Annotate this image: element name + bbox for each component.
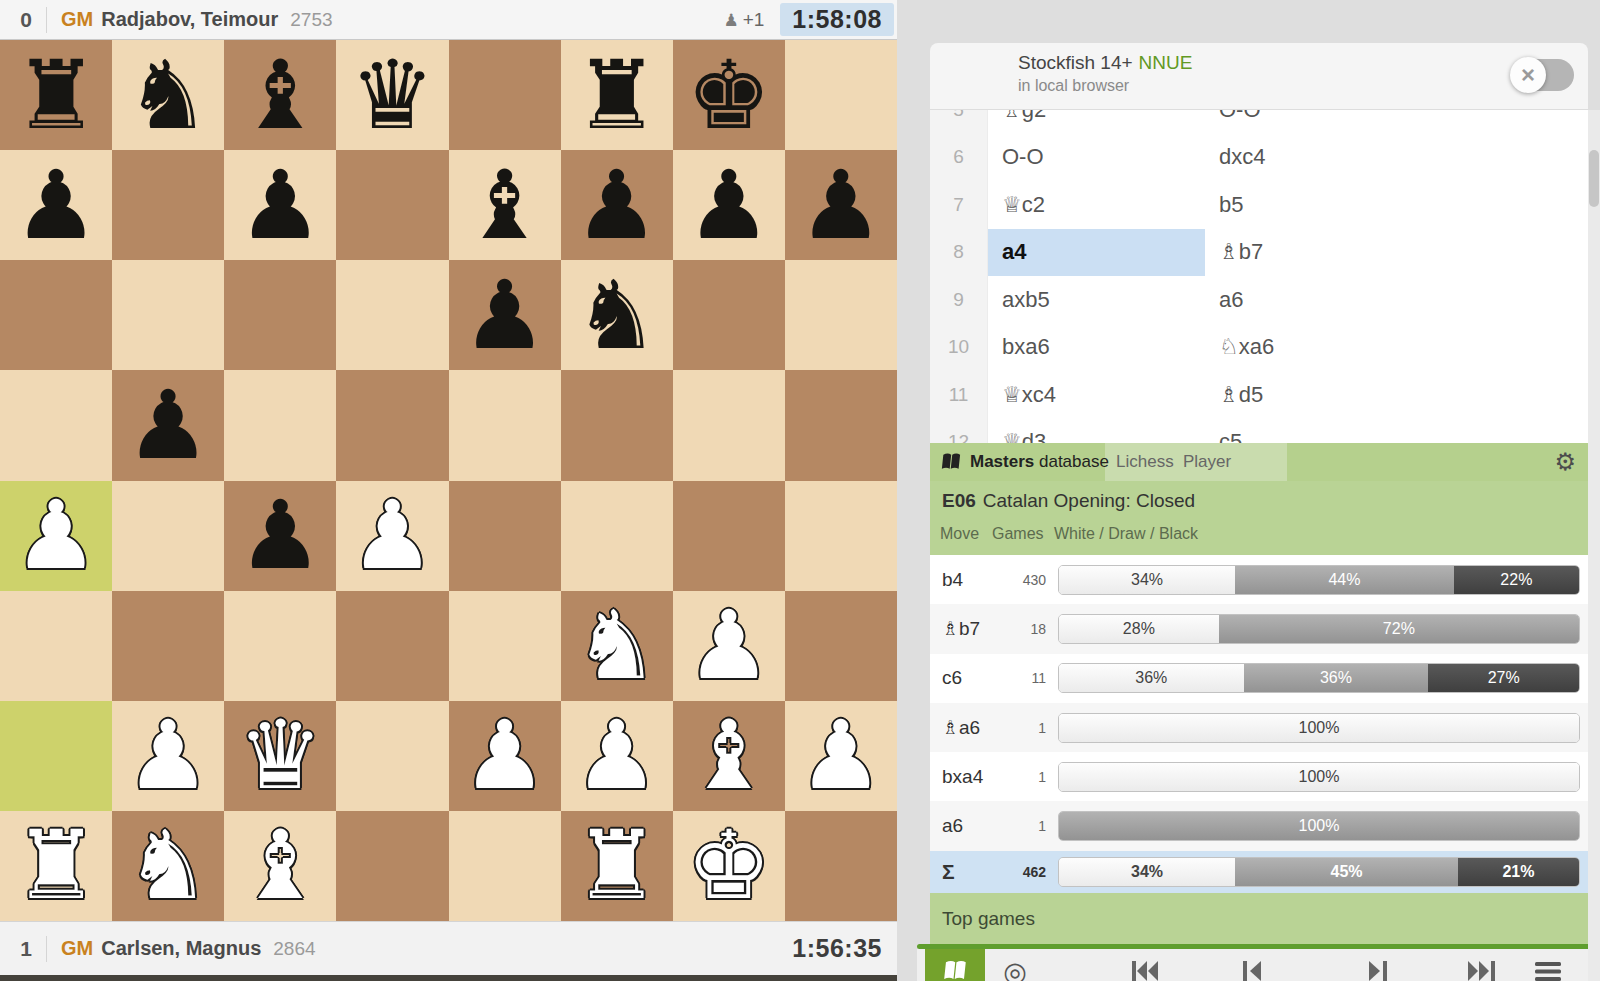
move-row-8: 8a4♗b7	[930, 229, 1588, 277]
explorer-move[interactable]: ♗b7	[930, 617, 1000, 640]
piece-black-king[interactable]: ♚	[673, 40, 785, 150]
coord-file-c: c	[229, 904, 236, 919]
move-black-12[interactable]: c5	[1205, 419, 1588, 444]
move-number: 12	[930, 419, 988, 444]
move-number: 7	[930, 181, 988, 229]
divider	[46, 7, 47, 33]
move-list: 5♗g2O-O6O-Odxc47♕c2b58a4♗b79axb5a610bxa6…	[930, 110, 1588, 443]
engine-toggle[interactable]: ×	[1512, 59, 1574, 91]
square-g6[interactable]	[673, 260, 785, 370]
coord-rank-6: 6	[885, 263, 892, 278]
move-white-11[interactable]: ♕xc4	[988, 371, 1205, 419]
explorer-move[interactable]: bxa4	[930, 766, 1000, 788]
pawn-icon: ♟	[723, 10, 738, 30]
square-d7[interactable]	[336, 150, 448, 260]
square-h4[interactable]	[785, 481, 897, 591]
result-bar: 36%36%27%	[1058, 663, 1580, 693]
explorer-move[interactable]: a6	[930, 815, 1000, 837]
result-bar: 34%44%22%	[1058, 565, 1580, 595]
col-result: White / Draw / Black	[1054, 525, 1198, 543]
piece-black-pawn[interactable]: ♟	[785, 150, 897, 260]
square-e3[interactable]	[449, 591, 561, 701]
scrollbar-thumb[interactable]	[1589, 150, 1599, 207]
col-games: Games	[992, 525, 1044, 543]
explorer-column-headers: Move Games White / Draw / Black	[930, 520, 1588, 555]
move-row-10: 10bxa6♘xa6	[930, 324, 1588, 372]
piece-black-pawn[interactable]: ♟	[224, 150, 336, 260]
skip-last-button[interactable]	[1461, 949, 1501, 981]
explorer-games-count: 430	[1000, 572, 1046, 588]
piece-white-pawn[interactable]: ♟	[449, 701, 561, 811]
square-f4[interactable]	[561, 481, 673, 591]
move-row-7: 7♕c2b5	[930, 181, 1588, 229]
move-white-7[interactable]: ♕c2	[988, 181, 1205, 229]
piece-black-pawn[interactable]: ♟	[112, 370, 224, 480]
piece-white-bishop[interactable]: ♝	[673, 701, 785, 811]
piece-white-pawn[interactable]: ♟	[561, 701, 673, 811]
explorer-games-count: 1	[1000, 720, 1046, 736]
piece-black-pawn[interactable]: ♟	[561, 150, 673, 260]
explorer-row-a6[interactable]: a61100%	[930, 801, 1588, 850]
top-player-rating: 2753	[290, 9, 332, 31]
tab-player[interactable]: Player	[1183, 452, 1231, 472]
menu-icon[interactable]	[1526, 949, 1570, 981]
piece-white-bishop[interactable]: ♝	[224, 811, 336, 921]
top-player-title: GM	[61, 8, 93, 31]
piece-white-rook[interactable]: ♜	[561, 811, 673, 921]
result-segment-white: 36%	[1059, 664, 1244, 692]
eco-code: E06	[942, 490, 976, 512]
move-black-6[interactable]: dxc4	[1205, 134, 1588, 182]
skip-first-button[interactable]	[1125, 949, 1165, 981]
explorer-row-c6[interactable]: c61136%36%27%	[930, 654, 1588, 703]
move-row-12: 12♕d3c5	[930, 419, 1588, 444]
explorer-games-count: 1	[1000, 769, 1046, 785]
result-segment-black: 21%	[1458, 858, 1579, 886]
square-f5[interactable]	[561, 370, 673, 480]
square-b4[interactable]	[112, 481, 224, 591]
analysis-page: 0 GM Radjabov, Teimour 2753 ♟ +1 1:58:08…	[0, 0, 1600, 981]
move-white-12[interactable]: ♕d3	[988, 419, 1205, 444]
square-e1[interactable]	[449, 811, 561, 921]
move-black-8[interactable]: ♗b7	[1205, 229, 1588, 277]
piece-black-knight[interactable]: ♞	[112, 40, 224, 150]
move-white-8[interactable]: a4	[988, 229, 1205, 277]
engine-toggle-knob[interactable]: ×	[1510, 57, 1546, 93]
explorer-move[interactable]: b4	[930, 569, 1000, 591]
top-score: 0	[16, 8, 36, 32]
square-h1[interactable]	[785, 811, 897, 921]
engine-card: Stockfish 14+NNUE in local browser ×	[930, 43, 1588, 110]
coord-file-h: h	[790, 904, 798, 919]
piece-black-knight[interactable]: ♞	[561, 260, 673, 370]
coord-rank-3: 3	[885, 594, 892, 609]
result-bar: 28%72%	[1058, 614, 1580, 644]
top-games-header: Top games	[930, 893, 1588, 944]
coord-rank-2: 2	[885, 704, 892, 719]
engine-info: Stockfish 14+NNUE in local browser	[1018, 52, 1192, 95]
piece-black-pawn[interactable]: ♟	[673, 150, 785, 260]
explorer-games-count: 462	[1000, 864, 1046, 880]
piece-black-bishop[interactable]: ♝	[224, 40, 336, 150]
top-clock: 1:58:08	[780, 3, 894, 36]
square-h5[interactable]	[785, 370, 897, 480]
result-segment-black: 22%	[1454, 566, 1579, 594]
coord-file-f: f	[566, 904, 570, 919]
piece-black-rook[interactable]: ♜	[0, 40, 112, 150]
square-b7[interactable]	[112, 150, 224, 260]
result-segment-draw: 72%	[1219, 615, 1579, 643]
square-d2[interactable]	[336, 701, 448, 811]
square-c3[interactable]	[224, 591, 336, 701]
bottom-toolbar: ◎	[917, 949, 1600, 981]
piece-black-bishop[interactable]: ♝	[449, 150, 561, 260]
coord-file-b: b	[117, 904, 125, 919]
top-player-name[interactable]: Radjabov, Teimour	[101, 8, 278, 31]
coord-file-d: d	[341, 904, 349, 919]
piece-white-knight[interactable]: ♞	[561, 591, 673, 701]
move-row-5: 5♗g2O-O	[930, 110, 1588, 134]
result-segment-black: 27%	[1428, 664, 1579, 692]
explorer-games-count: 11	[1000, 670, 1046, 686]
square-h8[interactable]	[785, 40, 897, 150]
coord-file-g: g	[678, 904, 686, 919]
result-segment-white: 34%	[1059, 566, 1235, 594]
result-bar: 100%	[1058, 811, 1580, 841]
explorer-row-♗b7[interactable]: ♗b71828%72%	[930, 604, 1588, 653]
explorer-row-bxa4[interactable]: bxa41100%	[930, 752, 1588, 801]
piece-white-pawn[interactable]: ♟	[0, 481, 112, 591]
explorer-move[interactable]: ♗a6	[930, 716, 1000, 739]
material-count: +1	[743, 9, 765, 31]
square-d1[interactable]	[336, 811, 448, 921]
move-number: 11	[930, 371, 988, 419]
result-segment-white: 34%	[1059, 858, 1235, 886]
square-c5[interactable]	[224, 370, 336, 480]
move-row-11: 11♕xc4♗d5	[930, 371, 1588, 419]
explorer-row-♗a6[interactable]: ♗a61100%	[930, 703, 1588, 752]
move-white-6[interactable]: O-O	[988, 134, 1205, 182]
move-white-9[interactable]: axb5	[988, 276, 1205, 324]
gear-icon[interactable]: ⚙	[1554, 448, 1576, 476]
coord-rank-1: 1	[885, 814, 892, 829]
tab-masters-database[interactable]: Masters database	[970, 452, 1109, 472]
move-row-9: 9axb5a6	[930, 276, 1588, 324]
square-b3[interactable]	[112, 591, 224, 701]
piece-white-pawn[interactable]: ♟	[112, 701, 224, 811]
coord-rank-4: 4	[885, 484, 892, 499]
move-number: 9	[930, 276, 988, 324]
next-move-button[interactable]	[1357, 949, 1397, 981]
result-segment-white: 100%	[1059, 763, 1579, 791]
result-segment-draw: 36%	[1244, 664, 1429, 692]
square-g4[interactable]	[673, 481, 785, 591]
square-d6[interactable]	[336, 260, 448, 370]
piece-white-pawn[interactable]: ♟	[673, 591, 785, 701]
square-e4[interactable]	[449, 481, 561, 591]
piece-black-pawn[interactable]: ♟	[449, 260, 561, 370]
move-black-10[interactable]: ♘xa6	[1205, 324, 1588, 372]
explorer-games-count: 1	[1000, 818, 1046, 834]
engine-nnue-badge: NNUE	[1139, 52, 1193, 73]
piece-white-queen[interactable]: ♛	[224, 701, 336, 811]
coord-file-a: a	[5, 904, 12, 919]
col-move: Move	[940, 525, 979, 543]
piece-black-pawn[interactable]: ♟	[224, 481, 336, 591]
move-black-7[interactable]: b5	[1205, 181, 1588, 229]
engine-subtitle: in local browser	[1018, 77, 1192, 95]
piece-white-pawn[interactable]: ♟	[785, 701, 897, 811]
coord-rank-5: 5	[885, 373, 892, 388]
square-h3[interactable]	[785, 591, 897, 701]
move-number: 5	[930, 110, 988, 134]
square-a2[interactable]	[0, 701, 112, 811]
result-segment-white: 28%	[1059, 615, 1219, 643]
board-column: 0 GM Radjabov, Teimour 2753 ♟ +1 1:58:08…	[0, 0, 897, 981]
piece-black-queen[interactable]: ♛	[336, 40, 448, 150]
explorer-move: Σ	[930, 860, 1000, 884]
player-bar-bottom: 1 GM Carlsen, Magnus 2864 1:56:35	[0, 921, 897, 975]
chess-board[interactable]: ♜♞♝♛♜♚♟♟♝♟♟♟♟♞♟♟♟♟♞♟♟♛♟♟♝♟♜♞♝♜♚abcdefgh8…	[0, 40, 897, 921]
bottom-clock: 1:56:35	[780, 932, 894, 965]
result-bar: 100%	[1058, 762, 1580, 792]
square-c6[interactable]	[224, 260, 336, 370]
player-bar-top: 0 GM Radjabov, Teimour 2753 ♟ +1 1:58:08	[0, 0, 897, 40]
square-e8[interactable]	[449, 40, 561, 150]
explorer-tabs: Masters database Lichess Player ⚙	[930, 443, 1588, 481]
divider	[46, 936, 47, 962]
page-scrollbar	[1588, 110, 1600, 981]
result-bar: 34%45%21%	[1058, 857, 1580, 887]
piece-white-rook[interactable]: ♜	[0, 811, 112, 921]
move-number: 6	[930, 134, 988, 182]
book-icon	[940, 451, 962, 473]
coord-rank-8: 8	[885, 43, 892, 58]
result-bar: 100%	[1058, 713, 1580, 743]
result-segment-draw: 100%	[1059, 812, 1579, 840]
piece-white-knight[interactable]: ♞	[112, 811, 224, 921]
bottom-player-title: GM	[61, 937, 93, 960]
move-white-10[interactable]: bxa6	[988, 324, 1205, 372]
bottom-player-name[interactable]: Carlsen, Magnus	[101, 937, 261, 960]
explorer-row-b4[interactable]: b443034%44%22%	[930, 555, 1588, 604]
result-segment-draw: 44%	[1235, 566, 1454, 594]
engine-name: Stockfish 14+	[1018, 52, 1133, 73]
opening-title: Catalan Opening: Closed	[983, 490, 1195, 512]
coord-file-e: e	[454, 904, 461, 919]
explorer-games-count: 18	[1000, 621, 1046, 637]
practice-target-icon[interactable]: ◎	[987, 949, 1043, 981]
piece-black-rook[interactable]: ♜	[561, 40, 673, 150]
piece-black-pawn[interactable]: ♟	[0, 150, 112, 260]
square-e5[interactable]	[449, 370, 561, 480]
move-black-9[interactable]: a6	[1205, 276, 1588, 324]
opening-explorer: Masters database Lichess Player ⚙ E06 Ca…	[930, 443, 1588, 944]
square-h6[interactable]	[785, 260, 897, 370]
move-black-5[interactable]: O-O	[1205, 110, 1588, 134]
square-a5[interactable]	[0, 370, 112, 480]
move-white-5[interactable]: ♗g2	[988, 110, 1205, 134]
square-a6[interactable]	[0, 260, 112, 370]
previous-move-button[interactable]	[1233, 949, 1273, 981]
bottom-score: 1	[16, 937, 36, 961]
result-segment-draw: 45%	[1235, 858, 1458, 886]
tab-lichess[interactable]: Lichess	[1116, 452, 1174, 472]
piece-white-pawn[interactable]: ♟	[336, 481, 448, 591]
explorer-book-button[interactable]	[925, 949, 985, 981]
square-a3[interactable]	[0, 591, 112, 701]
explorer-move[interactable]: c6	[930, 667, 1000, 689]
move-number: 8	[930, 229, 988, 277]
move-number: 10	[930, 324, 988, 372]
bottom-edge-strip	[0, 975, 897, 981]
square-d5[interactable]	[336, 370, 448, 480]
move-row-6: 6O-Odxc4	[930, 134, 1588, 182]
material-advantage: ♟ +1	[723, 9, 764, 31]
piece-white-king[interactable]: ♚	[673, 811, 785, 921]
opening-name: E06 Catalan Opening: Closed	[930, 481, 1588, 520]
move-black-11[interactable]: ♗d5	[1205, 371, 1588, 419]
bottom-player-rating: 2864	[273, 938, 315, 960]
result-segment-white: 100%	[1059, 714, 1579, 742]
coord-rank-7: 7	[885, 153, 892, 168]
analysis-panel: Stockfish 14+NNUE in local browser × 5♗g…	[897, 0, 1600, 981]
square-d3[interactable]	[336, 591, 448, 701]
square-g5[interactable]	[673, 370, 785, 480]
explorer-total-row: Σ46234%45%21%	[930, 851, 1588, 893]
square-b6[interactable]	[112, 260, 224, 370]
